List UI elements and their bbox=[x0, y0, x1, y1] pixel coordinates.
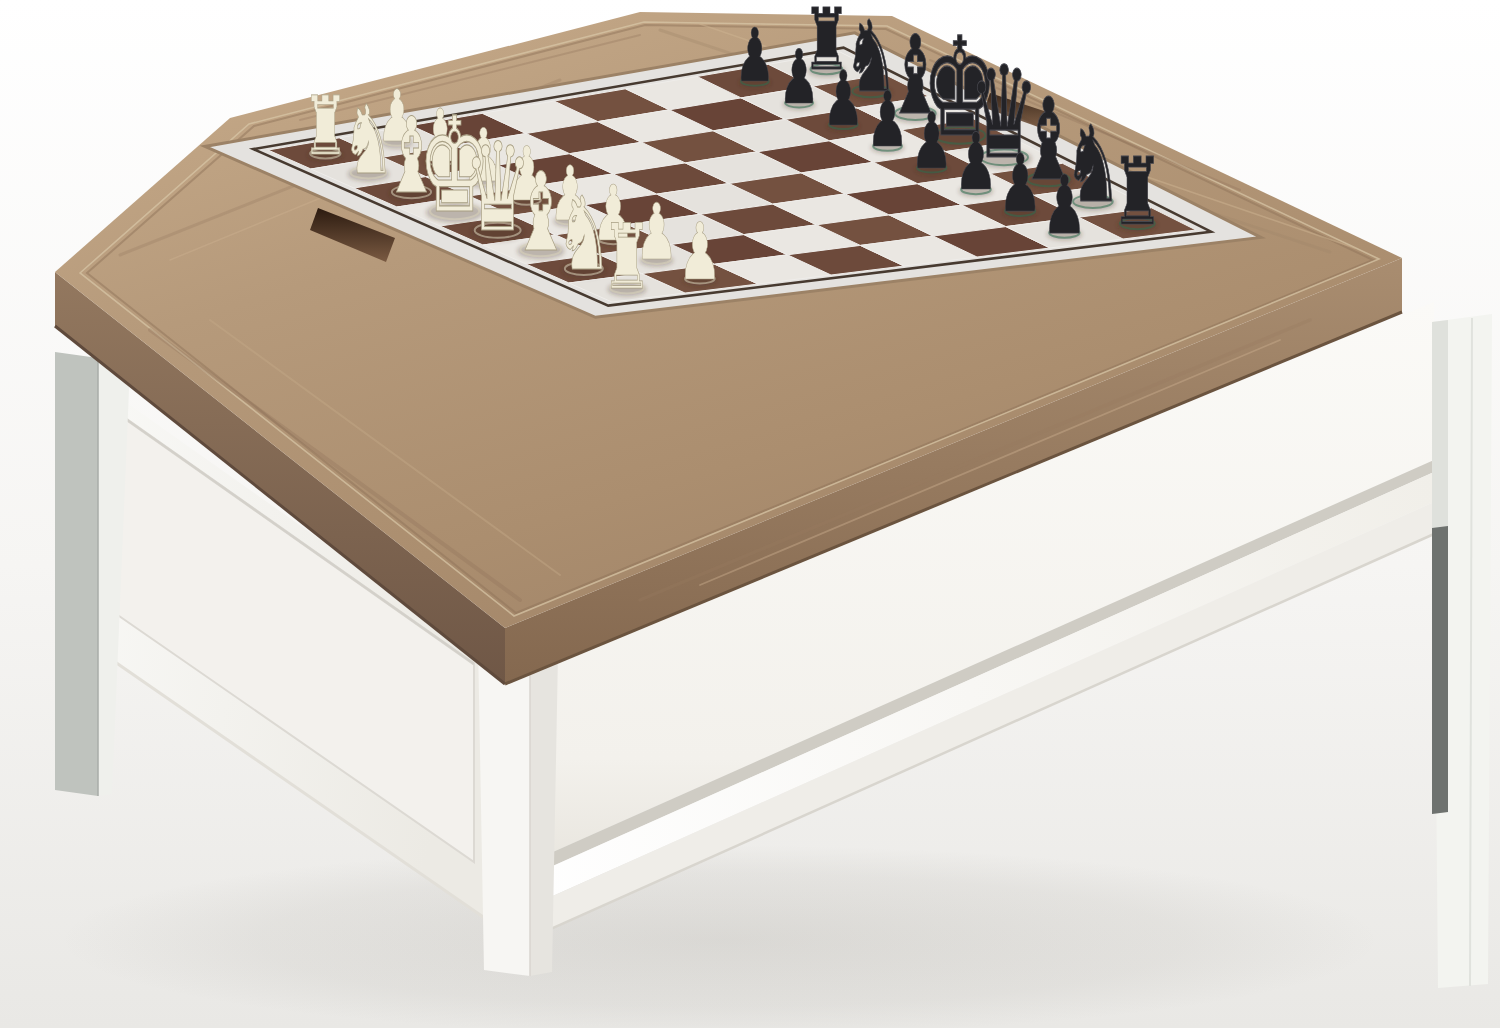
front-leg bbox=[478, 642, 558, 976]
piece-white-p-h2[interactable]: ♟ bbox=[678, 205, 722, 296]
product-photo: ♜♟♞♟♝♟♚♟♟♜♛♟♟♞♝♟♟♝♟♞♟♚♟♜♛♟♟♝♟♞♟♜ bbox=[0, 0, 1500, 1028]
piece-black-p-a7[interactable]: ♟ bbox=[734, 13, 775, 98]
piece-black-p-g7[interactable]: ♟ bbox=[998, 136, 1042, 230]
piece-glyph-white-R: ♜ bbox=[303, 78, 348, 173]
piece-glyph-black-P: ♟ bbox=[954, 116, 998, 207]
piece-glyph-white-P: ♟ bbox=[678, 205, 722, 296]
piece-white-r-a1[interactable]: ♜ bbox=[303, 78, 348, 173]
piece-black-p-c7[interactable]: ♟ bbox=[822, 54, 864, 143]
piece-black-p-d7[interactable]: ♟ bbox=[866, 75, 909, 164]
piece-glyph-black-R: ♜ bbox=[1111, 137, 1163, 245]
piece-black-p-b7[interactable]: ♟ bbox=[778, 33, 820, 121]
chess-table-scene: ♜♟♞♟♝♟♚♟♟♜♛♟♟♞♝♟♟♝♟♞♟♚♟♜♛♟♟♝♟♞♟♜ bbox=[0, 0, 1500, 1028]
piece-black-p-h7[interactable]: ♟ bbox=[1042, 157, 1087, 252]
piece-black-p-e7[interactable]: ♟ bbox=[910, 96, 953, 186]
piece-black-p-f7[interactable]: ♟ bbox=[954, 116, 998, 207]
piece-glyph-black-P: ♟ bbox=[822, 54, 864, 143]
piece-white-r-h1[interactable]: ♜ bbox=[602, 205, 652, 310]
right-leg bbox=[1432, 314, 1492, 988]
piece-glyph-white-R: ♜ bbox=[602, 205, 652, 310]
piece-glyph-black-P: ♟ bbox=[778, 33, 820, 121]
piece-glyph-black-P: ♟ bbox=[998, 136, 1042, 230]
piece-glyph-black-P: ♟ bbox=[866, 75, 909, 164]
piece-glyph-black-P: ♟ bbox=[734, 13, 775, 98]
floor-shadow bbox=[60, 845, 1380, 1028]
piece-glyph-black-P: ♟ bbox=[910, 96, 953, 186]
piece-glyph-black-P: ♟ bbox=[1042, 157, 1087, 252]
piece-black-r-h8[interactable]: ♜ bbox=[1111, 137, 1163, 245]
